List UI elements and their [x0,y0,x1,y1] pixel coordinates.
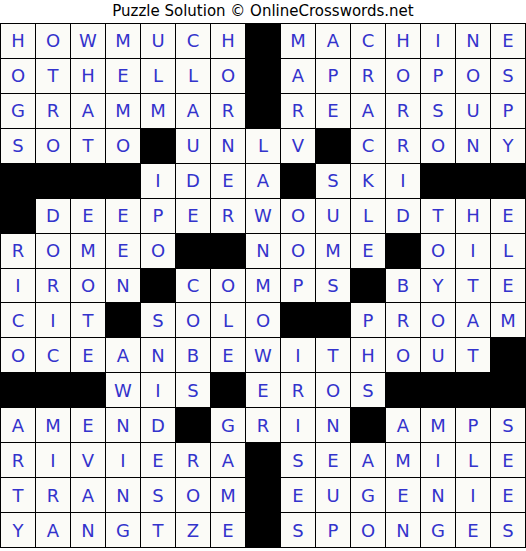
cell-r4c2[interactable]: O [36,129,70,163]
cell-r4c15[interactable]: Y [491,129,525,163]
cell-r11c8[interactable]: E [246,373,280,407]
cell-r8c9[interactable]: P [281,269,315,303]
cell-r2c7[interactable]: O [211,59,245,93]
cell-r5c8[interactable]: A [246,164,280,198]
cell-r11c10[interactable]: O [316,373,350,407]
cell-r15c6[interactable]: Z [176,513,210,547]
cell-r9c12[interactable]: R [386,303,420,337]
cell-r4c3[interactable]: T [71,129,105,163]
cell-r4c4[interactable]: O [106,129,140,163]
black-cell-r9c10 [316,303,350,337]
cell-r6c3[interactable]: E [71,199,105,233]
cell-r2c2[interactable]: T [36,59,70,93]
cell-r1c6[interactable]: C [176,24,210,58]
cell-r1c15[interactable]: E [491,24,525,58]
cell-r15c13[interactable]: G [421,513,455,547]
cell-r12c10[interactable]: N [316,408,350,442]
cell-r15c1[interactable]: Y [1,513,35,547]
cell-r2c3[interactable]: H [71,59,105,93]
cell-r11c4[interactable]: W [106,373,140,407]
cell-r10c1[interactable]: O [1,338,35,372]
cell-r15c15[interactable]: S [491,513,525,547]
cell-r1c13[interactable]: I [421,24,455,58]
cell-r4c1[interactable]: S [1,129,35,163]
cell-r6c4[interactable]: E [106,199,140,233]
cell-r3c4[interactable]: M [106,94,140,128]
black-cell-r11c1 [1,373,35,407]
cell-r3c13[interactable]: S [421,94,455,128]
cell-r14c13[interactable]: N [421,478,455,512]
cell-r6c7[interactable]: R [211,199,245,233]
cell-r1c9[interactable]: M [281,24,315,58]
cell-r9c15[interactable]: M [491,303,525,337]
cell-r1c4[interactable]: M [106,24,140,58]
cell-r15c2[interactable]: A [36,513,70,547]
cell-r13c5[interactable]: E [141,443,175,477]
cell-r7c1[interactable]: R [1,234,35,268]
cell-r13c10[interactable]: E [316,443,350,477]
puzzle-solution-page: Puzzle Solution © OnlineCrosswords.net H… [0,0,526,551]
cell-r7c13[interactable]: O [421,234,455,268]
cell-r13c9[interactable]: S [281,443,315,477]
cell-r14c12[interactable]: E [386,478,420,512]
cell-r6c2[interactable]: D [36,199,70,233]
cell-r2c1[interactable]: O [1,59,35,93]
black-cell-r10c15 [491,338,525,372]
cell-r9c8[interactable]: O [246,303,280,337]
black-cell-r4c5 [141,129,175,163]
cell-r12c9[interactable]: I [281,408,315,442]
cell-r3c1[interactable]: G [1,94,35,128]
cell-r14c5[interactable]: S [141,478,175,512]
black-cell-r11c12 [386,373,420,407]
cell-r14c6[interactable]: O [176,478,210,512]
cell-r15c10[interactable]: P [316,513,350,547]
cell-r2c14[interactable]: O [456,59,490,93]
cell-r8c3[interactable]: O [71,269,105,303]
cell-r7c8[interactable]: N [246,234,280,268]
cell-r2c4[interactable]: E [106,59,140,93]
black-cell-r11c7 [211,373,245,407]
cell-r3c14[interactable]: U [456,94,490,128]
cell-r4c11[interactable]: C [351,129,385,163]
cell-r10c5[interactable]: N [141,338,175,372]
page-title: Puzzle Solution © OnlineCrosswords.net [0,0,526,23]
black-cell-r5c13 [421,164,455,198]
cell-r8c14[interactable]: T [456,269,490,303]
cell-r3c7[interactable]: R [211,94,245,128]
cell-r10c3[interactable]: E [71,338,105,372]
cell-r13c15[interactable]: E [491,443,525,477]
black-cell-r7c12 [386,234,420,268]
cell-r1c1[interactable]: H [1,24,35,58]
cell-r1c5[interactable]: U [141,24,175,58]
cell-r10c9[interactable]: I [281,338,315,372]
cell-r3c6[interactable]: A [176,94,210,128]
black-cell-r13c8 [246,443,280,477]
cell-r6c8[interactable]: W [246,199,280,233]
cell-r12c12[interactable]: A [386,408,420,442]
cell-r8c7[interactable]: O [211,269,245,303]
cell-r15c5[interactable]: T [141,513,175,547]
black-cell-r5c15 [491,164,525,198]
cell-r13c4[interactable]: I [106,443,140,477]
crossword-grid: HOWMUCHMACHINEOTHELLOAPROPOSGRAMMARREARS… [0,23,526,548]
cell-r2c6[interactable]: L [176,59,210,93]
cell-r12c2[interactable]: M [36,408,70,442]
cell-r6c14[interactable]: H [456,199,490,233]
cell-r12c15[interactable]: S [491,408,525,442]
cell-r10c7[interactable]: E [211,338,245,372]
black-cell-r6c1 [1,199,35,233]
cell-r1c12[interactable]: H [386,24,420,58]
cell-r1c2[interactable]: O [36,24,70,58]
cell-r13c1[interactable]: R [1,443,35,477]
black-cell-r9c9 [281,303,315,337]
cell-r7c14[interactable]: I [456,234,490,268]
cell-r12c7[interactable]: G [211,408,245,442]
cell-r8c13[interactable]: Y [421,269,455,303]
cell-r10c8[interactable]: W [246,338,280,372]
cell-r6c12[interactable]: D [386,199,420,233]
cell-r7c10[interactable]: M [316,234,350,268]
cell-r5c12[interactable]: I [386,164,420,198]
cell-r3c15[interactable]: P [491,94,525,128]
cell-r7c4[interactable]: E [106,234,140,268]
cell-r10c14[interactable]: T [456,338,490,372]
cell-r6c5[interactable]: P [141,199,175,233]
cell-r13c12[interactable]: M [386,443,420,477]
cell-r3c9[interactable]: R [281,94,315,128]
cell-r14c15[interactable]: E [491,478,525,512]
cell-r7c9[interactable]: O [281,234,315,268]
cell-r4c9[interactable]: V [281,129,315,163]
cell-r15c12[interactable]: N [386,513,420,547]
black-cell-r5c1 [1,164,35,198]
cell-r8c10[interactable]: S [316,269,350,303]
cell-r15c3[interactable]: N [71,513,105,547]
cell-r13c13[interactable]: I [421,443,455,477]
cell-r5c10[interactable]: S [316,164,350,198]
cell-r1c14[interactable]: N [456,24,490,58]
cell-r1c10[interactable]: A [316,24,350,58]
cell-r2c9[interactable]: A [281,59,315,93]
cell-r14c9[interactable]: E [281,478,315,512]
black-cell-r12c6 [176,408,210,442]
cell-r9c6[interactable]: O [176,303,210,337]
cell-r12c4[interactable]: N [106,408,140,442]
cell-r4c8[interactable]: L [246,129,280,163]
cell-r2c12[interactable]: O [386,59,420,93]
cell-r10c4[interactable]: A [106,338,140,372]
black-cell-r7c6 [176,234,210,268]
cell-r8c2[interactable]: R [36,269,70,303]
cell-r2c15[interactable]: S [491,59,525,93]
cell-r8c8[interactable]: M [246,269,280,303]
cell-r3c5[interactable]: M [141,94,175,128]
cell-r9c7[interactable]: L [211,303,245,337]
cell-r4c14[interactable]: N [456,129,490,163]
cell-r6c13[interactable]: T [421,199,455,233]
cell-r14c11[interactable]: G [351,478,385,512]
cell-r2c13[interactable]: P [421,59,455,93]
cell-r15c4[interactable]: G [106,513,140,547]
black-cell-r15c8 [246,513,280,547]
cell-r5c6[interactable]: D [176,164,210,198]
cell-r14c7[interactable]: M [211,478,245,512]
cell-r3c12[interactable]: R [386,94,420,128]
cell-r4c12[interactable]: R [386,129,420,163]
cell-r9c13[interactable]: O [421,303,455,337]
cell-r9c11[interactable]: P [351,303,385,337]
cell-r12c1[interactable]: A [1,408,35,442]
black-cell-r5c2 [36,164,70,198]
cell-r13c11[interactable]: A [351,443,385,477]
cell-r7c5[interactable]: O [141,234,175,268]
cell-r7c2[interactable]: O [36,234,70,268]
cell-r3c3[interactable]: A [71,94,105,128]
black-cell-r9c4 [106,303,140,337]
cell-r7c3[interactable]: M [71,234,105,268]
black-cell-r11c14 [456,373,490,407]
black-cell-r11c2 [36,373,70,407]
cell-r9c14[interactable]: A [456,303,490,337]
cell-r5c11[interactable]: K [351,164,385,198]
cell-r11c6[interactable]: S [176,373,210,407]
cell-r14c1[interactable]: T [1,478,35,512]
black-cell-r11c3 [71,373,105,407]
cell-r14c14[interactable]: I [456,478,490,512]
cell-r15c14[interactable]: E [456,513,490,547]
black-cell-r5c4 [106,164,140,198]
cell-r14c2[interactable]: R [36,478,70,512]
cell-r2c5[interactable]: L [141,59,175,93]
black-cell-r2c8 [246,59,280,93]
cell-r1c3[interactable]: W [71,24,105,58]
black-cell-r5c3 [71,164,105,198]
cell-r1c11[interactable]: C [351,24,385,58]
cell-r12c14[interactable]: P [456,408,490,442]
cell-r11c11[interactable]: S [351,373,385,407]
cell-r9c2[interactable]: I [36,303,70,337]
cell-r10c10[interactable]: T [316,338,350,372]
black-cell-r8c11 [351,269,385,303]
black-cell-r3c8 [246,94,280,128]
cell-r13c7[interactable]: A [211,443,245,477]
cell-r11c5[interactable]: I [141,373,175,407]
cell-r15c9[interactable]: S [281,513,315,547]
black-cell-r8c5 [141,269,175,303]
cell-r12c3[interactable]: E [71,408,105,442]
cell-r2c11[interactable]: R [351,59,385,93]
black-cell-r14c8 [246,478,280,512]
cell-r14c10[interactable]: U [316,478,350,512]
cell-r4c13[interactable]: O [421,129,455,163]
cell-r14c4[interactable]: N [106,478,140,512]
cell-r8c4[interactable]: N [106,269,140,303]
cell-r3c11[interactable]: A [351,94,385,128]
cell-r8c1[interactable]: I [1,269,35,303]
cell-r1c7[interactable]: H [211,24,245,58]
black-cell-r11c13 [421,373,455,407]
cell-r12c13[interactable]: M [421,408,455,442]
black-cell-r12c11 [351,408,385,442]
cell-r13c3[interactable]: V [71,443,105,477]
cell-r3c10[interactable]: E [316,94,350,128]
black-cell-r5c9 [281,164,315,198]
cell-r5c7[interactable]: E [211,164,245,198]
cell-r12c5[interactable]: D [141,408,175,442]
cell-r15c11[interactable]: O [351,513,385,547]
cell-r3c2[interactable]: R [36,94,70,128]
cell-r7c11[interactable]: E [351,234,385,268]
cell-r8c6[interactable]: C [176,269,210,303]
black-cell-r5c14 [456,164,490,198]
cell-r8c12[interactable]: B [386,269,420,303]
cell-r6c11[interactable]: L [351,199,385,233]
cell-r13c2[interactable]: I [36,443,70,477]
cell-r6c10[interactable]: U [316,199,350,233]
black-cell-r11c15 [491,373,525,407]
cell-r6c15[interactable]: E [491,199,525,233]
cell-r4c6[interactable]: U [176,129,210,163]
cell-r5c5[interactable]: I [141,164,175,198]
cell-r8c15[interactable]: E [491,269,525,303]
cell-r11c9[interactable]: R [281,373,315,407]
cell-r6c6[interactable]: E [176,199,210,233]
black-cell-r1c8 [246,24,280,58]
cell-r10c11[interactable]: H [351,338,385,372]
cell-r10c2[interactable]: C [36,338,70,372]
cell-r13c6[interactable]: R [176,443,210,477]
cell-r2c10[interactable]: P [316,59,350,93]
cell-r14c3[interactable]: A [71,478,105,512]
cell-r15c7[interactable]: E [211,513,245,547]
cell-r4c7[interactable]: N [211,129,245,163]
cell-r10c12[interactable]: O [386,338,420,372]
black-cell-r7c7 [211,234,245,268]
cell-r6c9[interactable]: O [281,199,315,233]
cell-r10c6[interactable]: B [176,338,210,372]
cell-r10c13[interactable]: U [421,338,455,372]
cell-r9c3[interactable]: T [71,303,105,337]
cell-r7c15[interactable]: L [491,234,525,268]
black-cell-r4c10 [316,129,350,163]
cell-r9c1[interactable]: C [1,303,35,337]
cell-r12c8[interactable]: R [246,408,280,442]
cell-r13c14[interactable]: L [456,443,490,477]
cell-r9c5[interactable]: S [141,303,175,337]
